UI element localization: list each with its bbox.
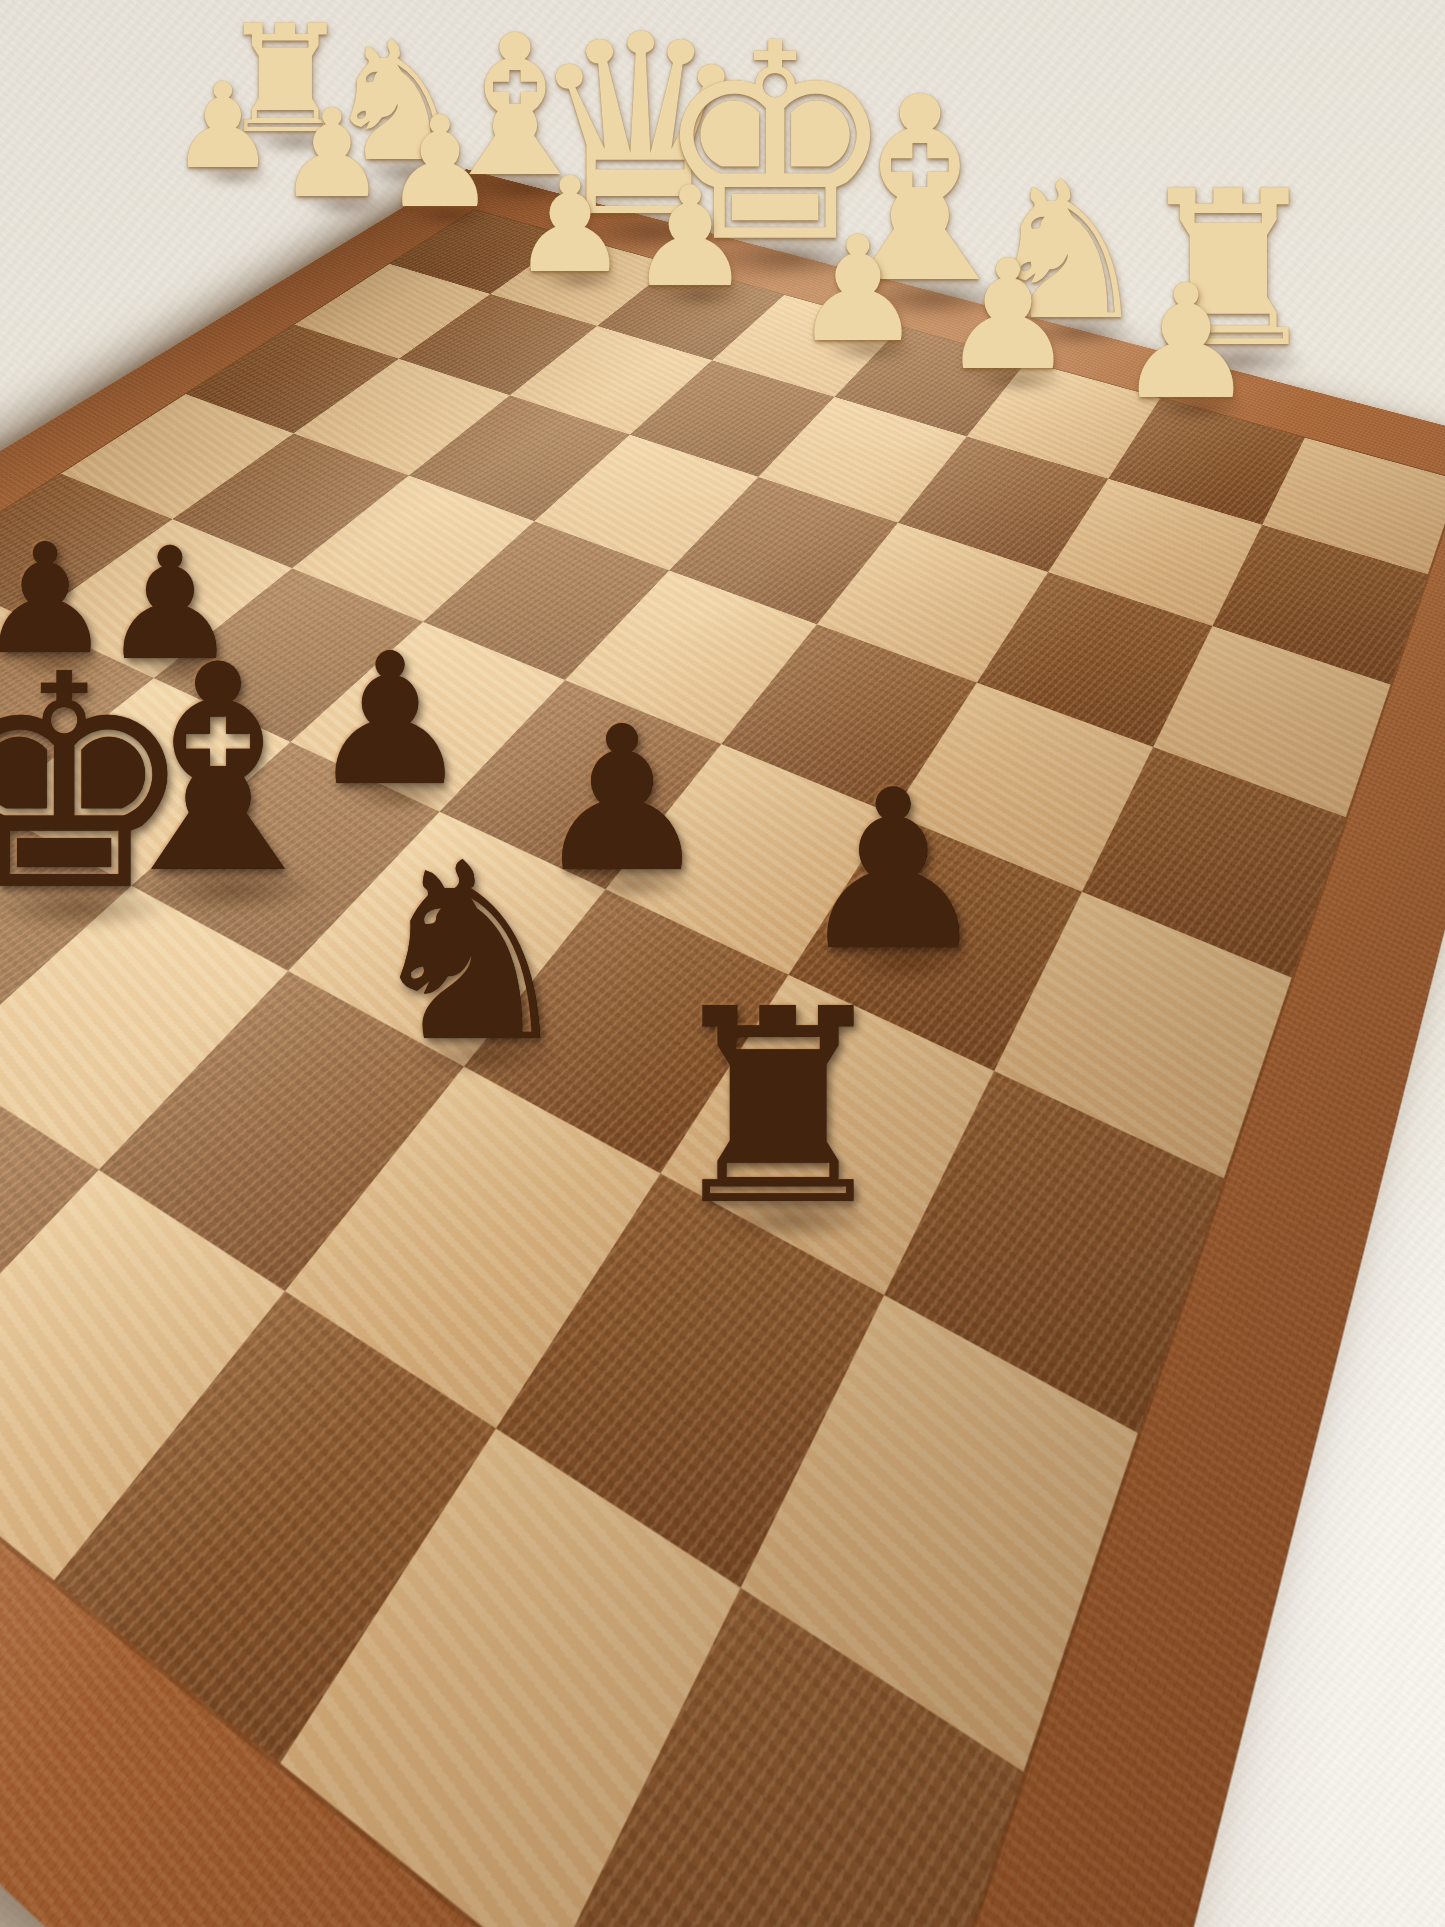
board-scene: [0, 0, 1445, 1927]
chess-board-photo: ♜♞♟♝♟♟♛♚♟♟♝♞♟♜♟♟♟♟♟♟♝♚♟♞♜: [0, 0, 1445, 1927]
board-grid: [0, 210, 1445, 1927]
chess-board: [0, 169, 1445, 1927]
